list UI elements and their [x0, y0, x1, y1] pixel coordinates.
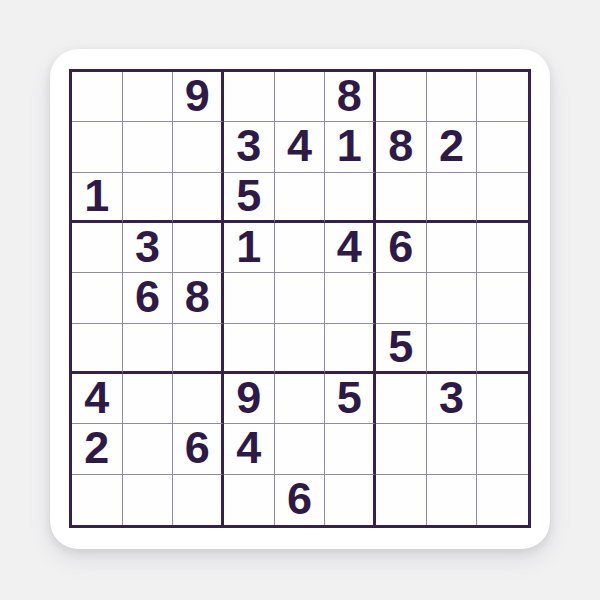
cell-r1c6: 8 — [325, 72, 376, 122]
cell-r7c1: 4 — [72, 374, 123, 424]
cell-r9c7 — [376, 475, 427, 525]
cell-r8c7 — [376, 424, 427, 474]
cell-r4c8 — [427, 223, 478, 273]
cell-r7c3 — [173, 374, 224, 424]
cell-r4c1 — [72, 223, 123, 273]
cell-r3c6 — [325, 173, 376, 223]
cell-r6c9 — [477, 324, 528, 374]
cell-r6c7: 5 — [376, 324, 427, 374]
cell-r7c7 — [376, 374, 427, 424]
cell-r7c2 — [123, 374, 174, 424]
cell-r8c1: 2 — [72, 424, 123, 474]
cell-r9c8 — [427, 475, 478, 525]
cell-r3c9 — [477, 173, 528, 223]
cell-r3c7 — [376, 173, 427, 223]
cell-r2c8: 2 — [427, 122, 478, 172]
cell-r6c2 — [123, 324, 174, 374]
cell-r8c3: 6 — [173, 424, 224, 474]
cell-r4c5 — [275, 223, 326, 273]
cell-r1c5 — [275, 72, 326, 122]
cell-r3c2 — [123, 173, 174, 223]
cell-r4c4: 1 — [224, 223, 275, 273]
cell-r5c8 — [427, 273, 478, 323]
cell-r8c6 — [325, 424, 376, 474]
cell-r7c4: 9 — [224, 374, 275, 424]
cell-r9c6 — [325, 475, 376, 525]
cell-r8c4: 4 — [224, 424, 275, 474]
cell-r4c2: 3 — [123, 223, 174, 273]
sudoku-sticker-card: 983418215314668549532646 — [50, 49, 550, 549]
cell-r2c3 — [173, 122, 224, 172]
cell-r9c4 — [224, 475, 275, 525]
cell-r4c3 — [173, 223, 224, 273]
cell-r2c9 — [477, 122, 528, 172]
cell-r8c2 — [123, 424, 174, 474]
cell-r8c9 — [477, 424, 528, 474]
cell-r7c8: 3 — [427, 374, 478, 424]
cell-r1c8 — [427, 72, 478, 122]
cell-r4c6: 4 — [325, 223, 376, 273]
cell-r5c7 — [376, 273, 427, 323]
cell-r6c6 — [325, 324, 376, 374]
cell-r3c4: 5 — [224, 173, 275, 223]
cell-r3c1: 1 — [72, 173, 123, 223]
cell-r5c6 — [325, 273, 376, 323]
cell-r5c3: 8 — [173, 273, 224, 323]
cell-r1c3: 9 — [173, 72, 224, 122]
cell-r9c9 — [477, 475, 528, 525]
cell-r8c8 — [427, 424, 478, 474]
cell-r1c7 — [376, 72, 427, 122]
cell-r5c5 — [275, 273, 326, 323]
cell-r5c1 — [72, 273, 123, 323]
cell-r9c5: 6 — [275, 475, 326, 525]
cell-r5c2: 6 — [123, 273, 174, 323]
cell-r6c8 — [427, 324, 478, 374]
cell-r9c2 — [123, 475, 174, 525]
cell-r6c5 — [275, 324, 326, 374]
cell-r2c6: 1 — [325, 122, 376, 172]
cell-r6c4 — [224, 324, 275, 374]
sudoku-board: 983418215314668549532646 — [69, 69, 531, 528]
cell-r3c8 — [427, 173, 478, 223]
cell-r4c7: 6 — [376, 223, 427, 273]
cell-r2c2 — [123, 122, 174, 172]
cell-r4c9 — [477, 223, 528, 273]
cell-r7c6: 5 — [325, 374, 376, 424]
cell-r2c1 — [72, 122, 123, 172]
cell-r1c1 — [72, 72, 123, 122]
page-background: 983418215314668549532646 — [0, 0, 600, 600]
cell-r7c5 — [275, 374, 326, 424]
cell-r6c1 — [72, 324, 123, 374]
cell-r8c5 — [275, 424, 326, 474]
cell-r2c5: 4 — [275, 122, 326, 172]
cell-r3c5 — [275, 173, 326, 223]
cell-r9c1 — [72, 475, 123, 525]
cell-r6c3 — [173, 324, 224, 374]
cell-r2c4: 3 — [224, 122, 275, 172]
cell-r5c9 — [477, 273, 528, 323]
cell-r9c3 — [173, 475, 224, 525]
cell-r7c9 — [477, 374, 528, 424]
cell-r5c4 — [224, 273, 275, 323]
cell-r1c9 — [477, 72, 528, 122]
cell-r3c3 — [173, 173, 224, 223]
cell-r1c2 — [123, 72, 174, 122]
cell-r1c4 — [224, 72, 275, 122]
cell-r2c7: 8 — [376, 122, 427, 172]
